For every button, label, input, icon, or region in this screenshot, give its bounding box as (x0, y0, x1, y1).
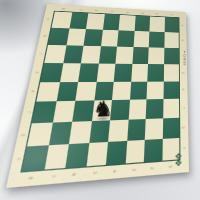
square[interactable] (147, 64, 163, 81)
square[interactable] (149, 16, 164, 32)
coord-label: h (182, 147, 186, 150)
square[interactable] (163, 99, 180, 119)
square[interactable] (101, 30, 119, 47)
square[interactable] (86, 13, 104, 29)
coord-label: 4 (126, 11, 130, 13)
coord-label: e (30, 91, 36, 93)
coord-label: 7 (78, 8, 83, 10)
square[interactable] (112, 81, 131, 100)
coord-label: 6 (72, 173, 78, 176)
square[interactable] (81, 46, 101, 64)
coord-label: 7 (50, 175, 56, 178)
coord-label: b (181, 39, 185, 41)
coord-label: 5 (92, 171, 98, 174)
square[interactable] (146, 81, 163, 100)
coord-label: c (38, 52, 43, 54)
coord-label: 3 (132, 168, 137, 171)
square[interactable] (108, 120, 128, 142)
coord-label: h (15, 157, 21, 160)
square[interactable] (145, 119, 163, 140)
black-knight[interactable]: ♞ (91, 98, 112, 122)
coord-label: 2 (155, 13, 159, 15)
square[interactable] (133, 31, 149, 47)
coord-label: a (181, 24, 185, 26)
square[interactable] (84, 29, 103, 46)
square[interactable] (149, 31, 164, 47)
coord-label: 8 (28, 176, 34, 180)
square[interactable] (119, 15, 136, 31)
square[interactable] (164, 48, 179, 65)
square[interactable] (128, 100, 146, 120)
coord-label: d (34, 71, 40, 73)
square[interactable] (96, 63, 115, 81)
square[interactable] (148, 47, 164, 64)
square[interactable] (164, 32, 179, 48)
square[interactable] (127, 119, 146, 141)
coord-label: f (25, 112, 31, 114)
square[interactable] (102, 14, 120, 30)
square[interactable] (125, 140, 145, 163)
square[interactable] (163, 81, 179, 99)
square[interactable] (164, 17, 178, 32)
coord-label: g (182, 126, 186, 129)
square[interactable] (86, 142, 108, 166)
coord-label: 5 (110, 10, 114, 12)
square[interactable] (162, 118, 179, 139)
square[interactable] (98, 46, 117, 63)
corner-emblem-icon: ❖ ❖ (172, 154, 185, 167)
brand-mark: ✦CHESS (183, 51, 187, 66)
coord-label: b (42, 35, 47, 37)
coord-label: 6 (95, 9, 99, 11)
square[interactable] (132, 47, 149, 64)
square[interactable] (131, 64, 148, 82)
square[interactable] (114, 63, 132, 81)
coord-label: 3 (141, 12, 145, 14)
photo-background: 8765432187654321abcdefghabcdefgh ✦CHESS … (0, 0, 200, 200)
square[interactable] (129, 81, 147, 100)
coord-label: e (181, 89, 185, 91)
square[interactable] (89, 121, 110, 144)
coord-label: 4 (112, 170, 117, 173)
brand-text: CHESS (183, 54, 187, 66)
coord-label: a (46, 18, 51, 20)
square[interactable] (117, 30, 134, 47)
square[interactable] (144, 139, 162, 162)
coord-label: 2 (150, 167, 155, 170)
square[interactable] (115, 46, 133, 63)
coord-label: f (181, 108, 185, 109)
coord-label: g (20, 134, 26, 137)
square[interactable] (106, 141, 127, 165)
square[interactable] (134, 16, 150, 32)
coord-label: 1 (170, 13, 174, 15)
coord-label: 8 (62, 7, 67, 9)
coord-label: d (181, 71, 185, 73)
square[interactable] (163, 64, 179, 81)
square[interactable] (78, 63, 98, 82)
chess-board-mat[interactable]: 8765432187654321abcdefghabcdefgh ✦CHESS … (6, 4, 189, 188)
square[interactable] (146, 99, 163, 119)
coordinate-labels: 8765432187654321abcdefghabcdefgh (47, 4, 186, 12)
